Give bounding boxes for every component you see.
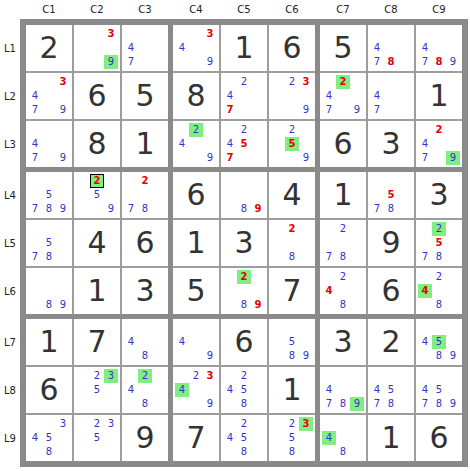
candidate-8: 8 (432, 349, 446, 363)
cell-L7C1[interactable]: 1 (26, 319, 72, 365)
candidate-8: 8 (432, 298, 446, 312)
cell-L6C7[interactable]: 248 (320, 268, 366, 314)
column-label-c4: C4 (173, 4, 219, 17)
cell-L6C8[interactable]: 6 (368, 268, 414, 314)
solved-digit: 6 (135, 228, 154, 258)
cell-L2C2[interactable]: 6 (74, 73, 120, 119)
candidate-2: 2 (138, 174, 152, 188)
row-label-l3: L3 (0, 121, 20, 167)
cell-L3C8[interactable]: 3 (368, 121, 414, 167)
cell-L1C3[interactable]: 47 (122, 25, 168, 71)
candidate-3: 3 (104, 27, 118, 41)
box-4: 5789259278578468913 (26, 172, 168, 314)
cell-L9C4[interactable]: 7 (173, 415, 219, 461)
candidate-4: 4 (223, 137, 237, 151)
candidate-2: 2 (336, 75, 350, 89)
solved-digit: 5 (186, 276, 205, 306)
cell-L9C2[interactable]: 235 (74, 415, 120, 461)
cell-L1C2[interactable]: 39 (74, 25, 120, 71)
candidate-8: 8 (432, 55, 446, 69)
candidate-2: 2 (285, 417, 299, 431)
solved-digit: 6 (282, 33, 301, 63)
cell-L8C5[interactable]: 2458 (221, 367, 267, 413)
row-label-l4: L4 (0, 172, 20, 218)
candidate-9: 9 (56, 151, 70, 165)
cell-L3C7[interactable]: 6 (320, 121, 366, 167)
cell-L6C2[interactable]: 1 (74, 268, 120, 314)
candidate-4: 4 (370, 41, 384, 55)
candidate-8: 8 (285, 250, 299, 264)
box-3: 547847892479471632479 (320, 25, 462, 167)
candidate-8: 8 (432, 397, 446, 411)
solved-digit: 1 (135, 129, 154, 159)
candidate-8: 8 (42, 298, 56, 312)
candidate-2: 2 (237, 75, 251, 89)
candidate-4: 4 (418, 41, 432, 55)
solved-digit: 4 (282, 180, 301, 210)
candidate-2: 2 (90, 417, 104, 431)
cell-L9C1[interactable]: 3458 (26, 415, 72, 461)
cell-L2C3[interactable]: 5 (122, 73, 168, 119)
candidate-5: 5 (90, 383, 104, 397)
candidate-4: 4 (175, 383, 189, 397)
candidate-4: 4 (124, 41, 138, 55)
candidate-7: 7 (370, 397, 384, 411)
solved-digit: 5 (135, 81, 154, 111)
candidate-9: 9 (203, 151, 217, 165)
box-1: 2394734796547981 (26, 25, 168, 167)
cell-L7C8[interactable]: 2 (368, 319, 414, 365)
candidate-8: 8 (138, 349, 152, 363)
candidate-7: 7 (418, 55, 432, 69)
sudoku-app: C1 C2 C3 C4 C5 C6 C7 C8 C9 L1 L2 L3 L4 L… (0, 0, 470, 467)
candidate-8: 8 (336, 298, 350, 312)
cell-L9C9[interactable]: 6 (416, 415, 462, 461)
candidate-5: 5 (285, 335, 299, 349)
candidate-4: 4 (124, 383, 138, 397)
candidate-9: 9 (56, 202, 70, 216)
candidate-9: 9 (446, 55, 460, 69)
candidate-7: 7 (223, 151, 237, 165)
candidate-9: 9 (299, 349, 313, 363)
solved-digit: 1 (429, 81, 448, 111)
solved-digit: 6 (186, 180, 205, 210)
cell-L2C6[interactable]: 239 (269, 73, 315, 119)
cell-L7C5[interactable]: 6 (221, 319, 267, 365)
cell-L1C9[interactable]: 4789 (416, 25, 462, 71)
cell-L4C8[interactable]: 578 (368, 172, 414, 218)
cell-L3C3[interactable]: 1 (122, 121, 168, 167)
cell-L6C5[interactable]: 289 (221, 268, 267, 314)
cell-L9C8[interactable]: 1 (368, 415, 414, 461)
solved-digit: 6 (87, 81, 106, 111)
candidate-7: 7 (124, 55, 138, 69)
cell-L4C5[interactable]: 89 (221, 172, 267, 218)
cell-L8C4[interactable]: 2349 (173, 367, 219, 413)
box-6: 15783278925782486248 (320, 172, 462, 314)
cell-L5C2[interactable]: 4 (74, 220, 120, 266)
cell-L2C7[interactable]: 2479 (320, 73, 366, 119)
candidate-4: 4 (223, 383, 237, 397)
cell-L2C8[interactable]: 47 (368, 73, 414, 119)
candidate-8: 8 (42, 445, 56, 459)
candidate-8: 8 (42, 250, 56, 264)
candidate-2: 2 (138, 369, 152, 383)
solved-digit: 4 (87, 228, 106, 258)
solved-digit: 3 (333, 327, 352, 357)
cell-L3C5[interactable]: 2457 (221, 121, 267, 167)
cell-L8C3[interactable]: 248 (122, 367, 168, 413)
candidate-5: 5 (285, 137, 299, 151)
candidate-2: 2 (189, 369, 203, 383)
candidate-2: 2 (285, 222, 299, 236)
candidate-5: 5 (237, 431, 251, 445)
cell-L2C4[interactable]: 8 (173, 73, 219, 119)
cell-L5C8[interactable]: 9 (368, 220, 414, 266)
candidate-8: 8 (237, 202, 251, 216)
candidate-5: 5 (237, 383, 251, 397)
cell-L3C9[interactable]: 2479 (416, 121, 462, 167)
candidate-7: 7 (418, 397, 432, 411)
solved-digit: 1 (333, 180, 352, 210)
candidate-8: 8 (336, 397, 350, 411)
cell-L7C7[interactable]: 3 (320, 319, 366, 365)
candidate-2: 2 (336, 270, 350, 284)
column-label-c8: C8 (368, 4, 414, 17)
cell-L5C6[interactable]: 28 (269, 220, 315, 266)
candidate-4: 4 (223, 431, 237, 445)
row-label-l1: L1 (0, 25, 20, 71)
candidate-7: 7 (322, 103, 336, 117)
cell-L4C9[interactable]: 3 (416, 172, 462, 218)
column-label-c7: C7 (320, 4, 366, 17)
cell-L9C5[interactable]: 2458 (221, 415, 267, 461)
candidate-9: 9 (203, 55, 217, 69)
candidate-8: 8 (384, 202, 398, 216)
solved-digit: 1 (186, 228, 205, 258)
candidate-4: 4 (322, 431, 336, 445)
candidate-7: 7 (418, 151, 432, 165)
candidate-4: 4 (418, 137, 432, 151)
cell-L2C1[interactable]: 3479 (26, 73, 72, 119)
box-9: 32458947894578457894816 (320, 319, 462, 461)
solved-digit: 3 (135, 276, 154, 306)
solved-digit: 6 (39, 375, 58, 405)
cell-L5C4[interactable]: 1 (173, 220, 219, 266)
solved-digit: 6 (429, 423, 448, 453)
solved-digit: 7 (282, 276, 301, 306)
candidate-5: 5 (90, 188, 104, 202)
solved-digit: 8 (87, 129, 106, 159)
candidate-8: 8 (42, 202, 56, 216)
row-label-l5: L5 (0, 220, 20, 266)
cell-L8C6[interactable]: 1 (269, 367, 315, 413)
sudoku-board: 2394734796547981349168247239249245725954… (20, 19, 468, 467)
cell-L3C4[interactable]: 249 (173, 121, 219, 167)
candidate-9: 9 (203, 397, 217, 411)
cell-L4C4[interactable]: 6 (173, 172, 219, 218)
candidate-5: 5 (285, 431, 299, 445)
candidate-4: 4 (28, 137, 42, 151)
solved-digit: 3 (429, 180, 448, 210)
candidate-5: 5 (42, 431, 56, 445)
candidate-9: 9 (56, 298, 70, 312)
cell-L9C6[interactable]: 2358 (269, 415, 315, 461)
cell-L6C6[interactable]: 7 (269, 268, 315, 314)
cell-L1C7[interactable]: 5 (320, 25, 366, 71)
column-label-c1: C1 (26, 4, 72, 17)
cell-L5C3[interactable]: 6 (122, 220, 168, 266)
column-label-c6: C6 (269, 4, 315, 17)
candidate-2: 2 (189, 123, 203, 137)
candidate-3: 3 (203, 27, 217, 41)
candidate-5: 5 (384, 383, 398, 397)
solved-digit: 1 (381, 423, 400, 453)
cell-L4C2[interactable]: 259 (74, 172, 120, 218)
solved-digit: 1 (282, 375, 301, 405)
cell-L6C9[interactable]: 248 (416, 268, 462, 314)
cell-L8C2[interactable]: 235 (74, 367, 120, 413)
candidate-7: 7 (28, 202, 42, 216)
candidate-9: 9 (56, 103, 70, 117)
candidate-4: 4 (322, 284, 336, 298)
row-label-l2: L2 (0, 73, 20, 119)
candidate-4: 4 (418, 335, 432, 349)
candidate-4: 4 (175, 335, 189, 349)
cell-L1C4[interactable]: 349 (173, 25, 219, 71)
solved-digit: 3 (381, 129, 400, 159)
candidate-7: 7 (322, 397, 336, 411)
candidate-2: 2 (90, 369, 104, 383)
cell-L1C1[interactable]: 2 (26, 25, 72, 71)
candidate-8: 8 (237, 445, 251, 459)
candidate-7: 7 (418, 250, 432, 264)
candidate-9: 9 (203, 349, 217, 363)
candidate-5: 5 (42, 236, 56, 250)
candidate-9: 9 (104, 55, 118, 69)
candidate-2: 2 (336, 222, 350, 236)
cell-L4C1[interactable]: 5789 (26, 172, 72, 218)
candidate-2: 2 (285, 75, 299, 89)
cell-L4C6[interactable]: 4 (269, 172, 315, 218)
row-label-l8: L8 (0, 367, 20, 413)
candidate-9: 9 (251, 298, 265, 312)
candidate-9: 9 (446, 151, 460, 165)
candidate-5: 5 (384, 188, 398, 202)
candidate-8: 8 (138, 202, 152, 216)
candidate-7: 7 (223, 103, 237, 117)
solved-digit: 6 (381, 276, 400, 306)
candidate-5: 5 (42, 188, 56, 202)
box-2: 3491682472392492457259 (173, 25, 315, 167)
candidate-3: 3 (104, 417, 118, 431)
cell-L8C8[interactable]: 4578 (368, 367, 414, 413)
cell-L7C2[interactable]: 7 (74, 319, 120, 365)
candidate-8: 8 (285, 445, 299, 459)
candidate-7: 7 (322, 250, 336, 264)
cell-L9C7[interactable]: 48 (320, 415, 366, 461)
candidate-7: 7 (28, 151, 42, 165)
candidate-9: 9 (251, 202, 265, 216)
box-7: 1748623524834582359 (26, 319, 168, 461)
candidate-9: 9 (299, 103, 313, 117)
candidate-4: 4 (175, 137, 189, 151)
candidate-4: 4 (370, 89, 384, 103)
candidate-9: 9 (350, 397, 364, 411)
candidate-5: 5 (432, 383, 446, 397)
solved-digit: 7 (186, 423, 205, 453)
candidate-8: 8 (237, 298, 251, 312)
candidate-3: 3 (299, 417, 313, 431)
candidate-2: 2 (432, 270, 446, 284)
cell-L5C7[interactable]: 278 (320, 220, 366, 266)
candidate-8: 8 (237, 397, 251, 411)
column-label-c5: C5 (221, 4, 267, 17)
candidate-7: 7 (28, 250, 42, 264)
cell-L9C3[interactable]: 9 (122, 415, 168, 461)
candidate-7: 7 (28, 103, 42, 117)
candidate-2: 2 (237, 369, 251, 383)
candidate-7: 7 (370, 55, 384, 69)
solved-digit: 3 (234, 228, 253, 258)
candidate-8: 8 (285, 349, 299, 363)
solved-digit: 1 (39, 327, 58, 357)
cell-L7C9[interactable]: 4589 (416, 319, 462, 365)
candidate-8: 8 (384, 55, 398, 69)
candidate-7: 7 (124, 202, 138, 216)
solved-digit: 1 (87, 276, 106, 306)
candidate-2: 2 (237, 270, 251, 284)
solved-digit: 9 (381, 228, 400, 258)
cell-L8C1[interactable]: 6 (26, 367, 72, 413)
box-8: 496589234924581724582358 (173, 319, 315, 461)
cell-L5C9[interactable]: 2578 (416, 220, 462, 266)
candidate-2: 2 (432, 222, 446, 236)
candidate-9: 9 (446, 349, 460, 363)
cell-L1C6[interactable]: 6 (269, 25, 315, 71)
candidate-3: 3 (104, 369, 118, 383)
candidate-9: 9 (350, 103, 364, 117)
candidate-7: 7 (370, 103, 384, 117)
candidate-3: 3 (203, 369, 217, 383)
solved-digit: 7 (87, 327, 106, 357)
candidate-2: 2 (432, 123, 446, 137)
candidate-4: 4 (418, 383, 432, 397)
cell-L4C3[interactable]: 278 (122, 172, 168, 218)
cell-L3C1[interactable]: 479 (26, 121, 72, 167)
row-labels: L1 L2 L3 L4 L5 L6 L7 L8 L9 (0, 25, 20, 467)
solved-digit: 8 (186, 81, 205, 111)
cell-L4C7[interactable]: 1 (320, 172, 366, 218)
cell-L7C3[interactable]: 48 (122, 319, 168, 365)
cell-L3C6[interactable]: 259 (269, 121, 315, 167)
cell-L2C9[interactable]: 1 (416, 73, 462, 119)
candidate-7: 7 (370, 202, 384, 216)
cell-L8C9[interactable]: 45789 (416, 367, 462, 413)
solved-digit: 6 (333, 129, 352, 159)
candidate-4: 4 (175, 41, 189, 55)
candidate-8: 8 (432, 250, 446, 264)
cell-L2C5[interactable]: 247 (221, 73, 267, 119)
candidate-8: 8 (336, 250, 350, 264)
column-label-c3: C3 (122, 4, 168, 17)
cell-L6C4[interactable]: 5 (173, 268, 219, 314)
row-label-l6: L6 (0, 268, 20, 314)
solved-digit: 1 (234, 33, 253, 63)
cell-L1C8[interactable]: 478 (368, 25, 414, 71)
candidate-2: 2 (237, 417, 251, 431)
candidate-4: 4 (418, 284, 432, 298)
candidate-5: 5 (432, 236, 446, 250)
row-label-l7: L7 (0, 319, 20, 365)
column-label-c2: C2 (74, 4, 120, 17)
candidate-4: 4 (124, 335, 138, 349)
cell-L1C5[interactable]: 1 (221, 25, 267, 71)
cell-L6C3[interactable]: 3 (122, 268, 168, 314)
solved-digit: 2 (39, 33, 58, 63)
candidate-2: 2 (285, 123, 299, 137)
row-label-l9: L9 (0, 415, 20, 461)
candidate-9: 9 (104, 202, 118, 216)
candidate-4: 4 (28, 89, 42, 103)
solved-digit: 6 (234, 327, 253, 357)
candidate-9: 9 (446, 397, 460, 411)
candidate-4: 4 (370, 383, 384, 397)
candidate-5: 5 (432, 335, 446, 349)
candidate-4: 4 (28, 431, 42, 445)
cell-L7C4[interactable]: 49 (173, 319, 219, 365)
candidate-8: 8 (384, 397, 398, 411)
cell-L6C1[interactable]: 89 (26, 268, 72, 314)
candidate-5: 5 (90, 431, 104, 445)
candidate-4: 4 (223, 89, 237, 103)
candidate-2: 2 (90, 174, 104, 188)
candidate-2: 2 (237, 123, 251, 137)
candidate-4: 4 (322, 383, 336, 397)
candidate-3: 3 (299, 75, 313, 89)
candidate-5: 5 (237, 137, 251, 151)
solved-digit: 9 (135, 423, 154, 453)
candidate-9: 9 (299, 151, 313, 165)
cell-L5C1[interactable]: 578 (26, 220, 72, 266)
candidate-4: 4 (322, 89, 336, 103)
box-5: 6894132852897 (173, 172, 315, 314)
candidate-3: 3 (56, 75, 70, 89)
candidate-8: 8 (336, 445, 350, 459)
solved-digit: 2 (381, 327, 400, 357)
column-labels: C1 C2 C3 C4 C5 C6 C7 C8 C9 (26, 4, 470, 17)
candidate-3: 3 (56, 417, 70, 431)
cell-L3C2[interactable]: 8 (74, 121, 120, 167)
candidate-8: 8 (138, 397, 152, 411)
cell-L5C5[interactable]: 3 (221, 220, 267, 266)
cell-L8C7[interactable]: 4789 (320, 367, 366, 413)
solved-digit: 5 (333, 33, 352, 63)
column-label-c9: C9 (416, 4, 462, 17)
cell-L7C6[interactable]: 589 (269, 319, 315, 365)
